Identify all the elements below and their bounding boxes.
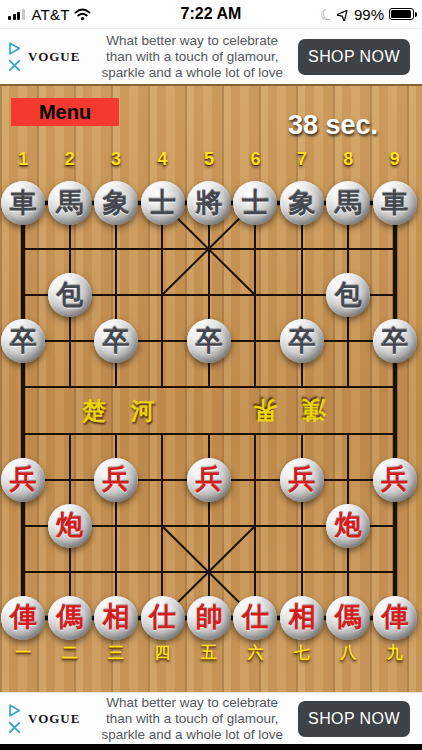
- board-column-label: 一: [0, 642, 46, 664]
- board-column-label: 六: [232, 642, 278, 664]
- piece-red-炮[interactable]: 炮: [48, 504, 92, 548]
- piece-red-俥[interactable]: 俥: [1, 596, 45, 640]
- piece-black-包[interactable]: 包: [48, 273, 92, 317]
- piece-black-象[interactable]: 象: [280, 181, 324, 225]
- piece-black-卒[interactable]: 卒: [187, 319, 231, 363]
- ad-copy: What better way to celebrate than with a…: [86, 33, 298, 81]
- board-column-label: 6: [232, 148, 278, 170]
- board-column-label: 五: [186, 642, 232, 664]
- board-column-label: 八: [325, 642, 371, 664]
- board-column-numbers-top: 123456789: [0, 148, 418, 170]
- board-column-label: 二: [46, 642, 92, 664]
- board-column-label: 九: [372, 642, 418, 664]
- shop-now-button[interactable]: SHOP NOW: [298, 39, 410, 75]
- board-column-label: 三: [93, 642, 139, 664]
- piece-black-馬[interactable]: 馬: [326, 181, 370, 225]
- piece-red-兵[interactable]: 兵: [1, 458, 45, 502]
- piece-red-相[interactable]: 相: [94, 596, 138, 640]
- board-column-label: 7: [279, 148, 325, 170]
- ad-banner-top[interactable]: VOGUE What better way to celebrate than …: [0, 28, 422, 86]
- piece-red-炮[interactable]: 炮: [326, 504, 370, 548]
- piece-black-卒[interactable]: 卒: [94, 319, 138, 363]
- ad-close-icon[interactable]: [8, 59, 21, 72]
- ad-choices-icon[interactable]: [7, 703, 22, 718]
- ad-copy-line2: than with a touch of glamour,: [86, 49, 298, 65]
- piece-black-士[interactable]: 士: [141, 181, 185, 225]
- board-column-label: 5: [186, 148, 232, 170]
- piece-black-象[interactable]: 象: [94, 181, 138, 225]
- piece-red-兵[interactable]: 兵: [280, 458, 324, 502]
- advertiser-logo: VOGUE: [28, 49, 80, 65]
- board-column-label: 9: [372, 148, 418, 170]
- board-column-label: 8: [325, 148, 371, 170]
- ad-copy-line3: sparkle and a whole lot of love: [86, 65, 298, 81]
- clock: 7:22 AM: [0, 5, 422, 23]
- ad-copy-line1: What better way to celebrate: [86, 33, 298, 49]
- status-bar: AT&T 7:22 AM ☾ 99%: [0, 0, 422, 28]
- battery-icon: [389, 8, 414, 20]
- board-column-label: 四: [139, 642, 185, 664]
- board-column-label: 3: [93, 148, 139, 170]
- piece-red-兵[interactable]: 兵: [94, 458, 138, 502]
- board-column-label: 1: [0, 148, 46, 170]
- board-column-numbers-bottom: 一二三四五六七八九: [0, 642, 418, 664]
- piece-red-俥[interactable]: 俥: [373, 596, 417, 640]
- xiangqi-board[interactable]: 楚 河 漢 界 車馬象士將士象馬車包包卒卒卒卒卒兵兵兵兵兵炮炮俥傌相仕帥仕相傌俥: [0, 180, 418, 641]
- piece-red-傌[interactable]: 傌: [326, 596, 370, 640]
- piece-black-士[interactable]: 士: [233, 181, 277, 225]
- piece-red-傌[interactable]: 傌: [48, 596, 92, 640]
- ad-close-icon[interactable]: [8, 721, 21, 734]
- board-column-label: 2: [46, 148, 92, 170]
- bottom-black-strip: [0, 744, 422, 750]
- shop-now-button[interactable]: SHOP NOW: [298, 701, 410, 737]
- pieces-layer: 車馬象士將士象馬車包包卒卒卒卒卒兵兵兵兵兵炮炮俥傌相仕帥仕相傌俥: [0, 180, 418, 641]
- board-column-label: 七: [279, 642, 325, 664]
- ad-choices-icon[interactable]: [7, 41, 22, 56]
- ad-copy-line1: What better way to celebrate: [86, 695, 298, 711]
- piece-red-兵[interactable]: 兵: [187, 458, 231, 502]
- app-screen: AT&T 7:22 AM ☾ 99% VOGUE: [0, 0, 422, 750]
- piece-red-仕[interactable]: 仕: [233, 596, 277, 640]
- ad-copy-line2: than with a touch of glamour,: [86, 711, 298, 727]
- piece-red-兵[interactable]: 兵: [373, 458, 417, 502]
- piece-black-卒[interactable]: 卒: [280, 319, 324, 363]
- menu-button[interactable]: Menu: [11, 98, 119, 126]
- game-area: Menu 38 sec. 123456789: [0, 86, 422, 692]
- piece-black-包[interactable]: 包: [326, 273, 370, 317]
- piece-black-車[interactable]: 車: [1, 181, 45, 225]
- move-timer: 38 sec.: [288, 110, 378, 141]
- piece-red-帥[interactable]: 帥: [187, 596, 231, 640]
- advertiser-logo: VOGUE: [28, 711, 80, 727]
- piece-black-將[interactable]: 將: [187, 181, 231, 225]
- ad-copy: What better way to celebrate than with a…: [86, 695, 298, 743]
- board-column-label: 4: [139, 148, 185, 170]
- piece-red-仕[interactable]: 仕: [141, 596, 185, 640]
- piece-black-卒[interactable]: 卒: [1, 319, 45, 363]
- piece-red-相[interactable]: 相: [280, 596, 324, 640]
- piece-black-馬[interactable]: 馬: [48, 181, 92, 225]
- ad-copy-line3: sparkle and a whole lot of love: [86, 727, 298, 743]
- piece-black-卒[interactable]: 卒: [373, 319, 417, 363]
- piece-black-車[interactable]: 車: [373, 181, 417, 225]
- ad-banner-bottom[interactable]: VOGUE What better way to celebrate than …: [0, 692, 422, 744]
